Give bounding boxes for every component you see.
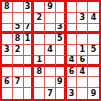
cell-r9c8[interactable] bbox=[77, 88, 88, 99]
given-digit: 7 bbox=[25, 24, 31, 31]
cell-r9c9[interactable]: 9 bbox=[88, 88, 99, 99]
given-digit: 8 bbox=[15, 35, 21, 43]
given-digit: 6 bbox=[80, 56, 86, 63]
given-digit: 8 bbox=[36, 67, 42, 75]
cell-r4c6[interactable]: 5 bbox=[56, 34, 67, 45]
cell-r1c5[interactable]: 9 bbox=[45, 2, 56, 13]
cell-r5c3[interactable] bbox=[24, 45, 35, 56]
cell-r4c8[interactable] bbox=[77, 34, 88, 45]
cell-r8c5[interactable] bbox=[45, 77, 56, 88]
cell-r3c5[interactable] bbox=[45, 24, 56, 35]
given-digit: 4 bbox=[47, 45, 53, 53]
cell-r6c7[interactable]: 4 bbox=[67, 56, 78, 67]
given-digit: 9 bbox=[57, 78, 63, 86]
given-digit: 3 bbox=[80, 13, 86, 21]
cell-r3c2[interactable]: 5 bbox=[13, 24, 24, 35]
cell-r8c9[interactable] bbox=[88, 77, 99, 88]
cell-r8c4[interactable] bbox=[34, 77, 45, 88]
given-digit: 3 bbox=[57, 24, 63, 31]
given-digit: 9 bbox=[91, 89, 97, 97]
cell-r7c6[interactable] bbox=[56, 67, 67, 78]
cell-r6c1[interactable] bbox=[2, 56, 13, 67]
cell-r9c4[interactable] bbox=[34, 88, 45, 99]
cell-r7c5[interactable] bbox=[45, 67, 56, 78]
cell-r4c3[interactable]: 1 bbox=[24, 34, 35, 45]
cell-r9c5[interactable]: 7 bbox=[45, 88, 56, 99]
given-digit: 1 bbox=[25, 35, 31, 43]
cell-r4c4[interactable] bbox=[34, 34, 45, 45]
cell-r8c3[interactable] bbox=[24, 77, 35, 88]
given-digit: 4 bbox=[80, 67, 86, 75]
cell-r1c3[interactable]: 3 bbox=[24, 2, 35, 13]
cell-r9c6[interactable] bbox=[56, 88, 67, 99]
cell-r5c2[interactable]: 2 bbox=[13, 45, 24, 56]
cell-r3c3[interactable]: 7 bbox=[24, 24, 35, 35]
cell-r5c6[interactable] bbox=[56, 45, 67, 56]
cell-r1c8[interactable] bbox=[77, 2, 88, 13]
given-digit: 5 bbox=[91, 45, 97, 53]
cell-r2c5[interactable] bbox=[45, 13, 56, 24]
cell-r8c1[interactable]: 6 bbox=[2, 77, 13, 88]
cell-r1c7[interactable] bbox=[67, 2, 78, 13]
cell-r2c7[interactable] bbox=[67, 13, 78, 24]
cell-r2c2[interactable] bbox=[13, 13, 24, 24]
cell-r4c5[interactable] bbox=[45, 34, 56, 45]
cell-r2c8[interactable]: 3 bbox=[77, 13, 88, 24]
given-digit: 7 bbox=[15, 78, 21, 86]
cell-r7c2[interactable] bbox=[13, 67, 24, 78]
cell-r2c4[interactable]: 2 bbox=[34, 13, 45, 24]
cell-r6c2[interactable] bbox=[13, 56, 24, 67]
cell-r7c7[interactable]: 6 bbox=[67, 67, 78, 78]
cell-r2c3[interactable] bbox=[24, 13, 35, 24]
cell-r3c7[interactable] bbox=[67, 24, 78, 35]
cell-r3c4[interactable] bbox=[34, 24, 45, 35]
sudoku-board: 83923457381532415146864679739 bbox=[0, 0, 101, 101]
cell-r8c7[interactable] bbox=[67, 77, 78, 88]
given-digit: 8 bbox=[4, 2, 10, 10]
cell-r5c7[interactable] bbox=[67, 45, 78, 56]
given-digit: 4 bbox=[69, 56, 75, 63]
cell-r7c4[interactable]: 8 bbox=[34, 67, 45, 78]
cell-r4c9[interactable] bbox=[88, 34, 99, 45]
given-digit: 3 bbox=[4, 45, 10, 53]
cell-r8c8[interactable] bbox=[77, 77, 88, 88]
cell-r9c7[interactable]: 3 bbox=[67, 88, 78, 99]
cell-r9c1[interactable] bbox=[2, 88, 13, 99]
cell-r5c8[interactable]: 1 bbox=[77, 45, 88, 56]
cell-r1c2[interactable] bbox=[13, 2, 24, 13]
given-digit: 3 bbox=[25, 2, 31, 10]
cell-r3c6[interactable]: 3 bbox=[56, 24, 67, 35]
cell-r7c1[interactable] bbox=[2, 67, 13, 78]
given-digit: 1 bbox=[80, 45, 86, 53]
cell-r5c9[interactable]: 5 bbox=[88, 45, 99, 56]
given-digit: 6 bbox=[4, 78, 10, 86]
cell-r1c4[interactable] bbox=[34, 2, 45, 13]
cell-r2c1[interactable] bbox=[2, 13, 13, 24]
cell-r1c1[interactable]: 8 bbox=[2, 2, 13, 13]
given-digit: 4 bbox=[91, 13, 97, 21]
cell-r7c9[interactable] bbox=[88, 67, 99, 78]
given-digit: 1 bbox=[36, 56, 42, 63]
cell-r1c9[interactable] bbox=[88, 2, 99, 13]
cell-r6c9[interactable] bbox=[88, 56, 99, 67]
given-digit: 2 bbox=[36, 13, 42, 21]
given-digit: 7 bbox=[47, 89, 53, 97]
cell-r4c2[interactable]: 8 bbox=[13, 34, 24, 45]
given-digit: 6 bbox=[69, 67, 75, 75]
cell-r5c5[interactable]: 4 bbox=[45, 45, 56, 56]
cell-r3c1[interactable] bbox=[2, 24, 13, 35]
cell-r6c4[interactable]: 1 bbox=[34, 56, 45, 67]
cell-r9c3[interactable] bbox=[24, 88, 35, 99]
cell-r1c6[interactable] bbox=[56, 2, 67, 13]
cell-r6c6[interactable] bbox=[56, 56, 67, 67]
cell-r6c8[interactable]: 6 bbox=[77, 56, 88, 67]
cell-r6c5[interactable] bbox=[45, 56, 56, 67]
cell-r5c4[interactable] bbox=[34, 45, 45, 56]
cell-r2c9[interactable]: 4 bbox=[88, 13, 99, 24]
given-digit: 5 bbox=[15, 24, 21, 31]
cell-r7c3[interactable] bbox=[24, 67, 35, 78]
cell-r4c7[interactable] bbox=[67, 34, 78, 45]
given-digit: 9 bbox=[47, 2, 53, 10]
given-digit: 3 bbox=[69, 89, 75, 97]
cell-r2c6[interactable] bbox=[56, 13, 67, 24]
cell-r3c8[interactable] bbox=[77, 24, 88, 35]
given-digit: 5 bbox=[57, 35, 63, 43]
cell-r6c3[interactable] bbox=[24, 56, 35, 67]
given-digit: 2 bbox=[15, 45, 21, 53]
cell-r8c2[interactable]: 7 bbox=[13, 77, 24, 88]
cell-r9c2[interactable] bbox=[13, 88, 24, 99]
cell-r8c6[interactable]: 9 bbox=[56, 77, 67, 88]
cell-r3c9[interactable] bbox=[88, 24, 99, 35]
cell-r7c8[interactable]: 4 bbox=[77, 67, 88, 78]
cell-r5c1[interactable]: 3 bbox=[2, 45, 13, 56]
cell-r4c1[interactable] bbox=[2, 34, 13, 45]
